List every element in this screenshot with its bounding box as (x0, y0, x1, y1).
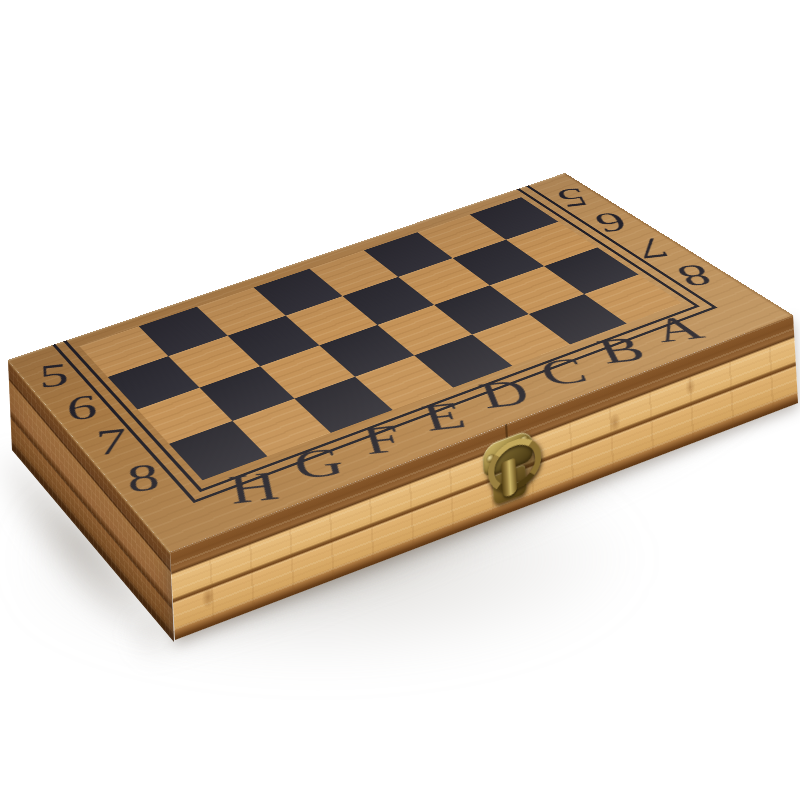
rank-label-left-5: 5 (27, 354, 81, 397)
rank-label-right-8: 8 (660, 257, 731, 296)
rank-label-left-8: 8 (113, 453, 175, 503)
brass-clasp-latch (478, 426, 539, 514)
product-photo-chess-box: 56785678HGFEDCBA (0, 0, 800, 800)
rank-label-right-6: 6 (579, 205, 644, 241)
clasp-tongue (501, 458, 517, 499)
rank-label-left-7: 7 (83, 418, 142, 465)
rank-label-right-5: 5 (542, 181, 605, 215)
rank-label-right-7: 7 (618, 230, 686, 267)
rank-label-left-6: 6 (54, 385, 110, 430)
